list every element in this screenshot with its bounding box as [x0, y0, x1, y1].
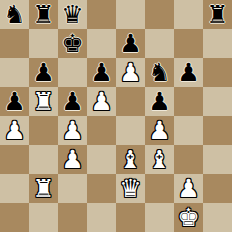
- square-d6[interactable]: ♟: [87, 58, 116, 87]
- square-g7[interactable]: [174, 29, 203, 58]
- piece-white-bishop[interactable]: ♝: [119, 147, 141, 172]
- piece-black-pawn[interactable]: ♟: [148, 89, 170, 114]
- square-c2[interactable]: [58, 174, 87, 203]
- square-a6[interactable]: [0, 58, 29, 87]
- square-b1[interactable]: [29, 203, 58, 232]
- piece-white-pawn[interactable]: ♟: [177, 176, 199, 201]
- square-d7[interactable]: [87, 29, 116, 58]
- square-e8[interactable]: [116, 0, 145, 29]
- square-a5[interactable]: ♟: [0, 87, 29, 116]
- piece-black-rook[interactable]: ♜: [206, 2, 228, 27]
- chess-board: ♞♜♛♜♚♟♟♟♟♞♟♟♜♟♟♟♟♟♟♟♝♝♜♛♟♚: [0, 0, 232, 232]
- square-c5[interactable]: ♟: [58, 87, 87, 116]
- square-a8[interactable]: ♞: [0, 0, 29, 29]
- square-c4[interactable]: ♟: [58, 116, 87, 145]
- piece-black-queen[interactable]: ♛: [61, 2, 83, 27]
- square-g8[interactable]: [174, 0, 203, 29]
- square-b8[interactable]: ♜: [29, 0, 58, 29]
- piece-white-pawn[interactable]: ♟: [148, 118, 170, 143]
- piece-black-pawn[interactable]: ♟: [177, 60, 199, 85]
- piece-white-bishop[interactable]: ♝: [148, 147, 170, 172]
- square-f2[interactable]: [145, 174, 174, 203]
- square-c7[interactable]: ♚: [58, 29, 87, 58]
- square-f7[interactable]: [145, 29, 174, 58]
- square-f5[interactable]: ♟: [145, 87, 174, 116]
- piece-black-knight[interactable]: ♞: [3, 2, 25, 27]
- square-g3[interactable]: [174, 145, 203, 174]
- square-a1[interactable]: [0, 203, 29, 232]
- square-b5[interactable]: ♜: [29, 87, 58, 116]
- square-f3[interactable]: ♝: [145, 145, 174, 174]
- square-c8[interactable]: ♛: [58, 0, 87, 29]
- square-d5[interactable]: ♟: [87, 87, 116, 116]
- square-g6[interactable]: ♟: [174, 58, 203, 87]
- square-h8[interactable]: ♜: [203, 0, 232, 29]
- square-a2[interactable]: [0, 174, 29, 203]
- square-f6[interactable]: ♞: [145, 58, 174, 87]
- piece-white-pawn[interactable]: ♟: [61, 147, 83, 172]
- square-b2[interactable]: ♜: [29, 174, 58, 203]
- piece-black-rook[interactable]: ♜: [32, 2, 54, 27]
- square-b4[interactable]: [29, 116, 58, 145]
- square-c3[interactable]: ♟: [58, 145, 87, 174]
- square-c1[interactable]: [58, 203, 87, 232]
- square-e2[interactable]: ♛: [116, 174, 145, 203]
- square-f1[interactable]: [145, 203, 174, 232]
- square-g4[interactable]: [174, 116, 203, 145]
- square-d1[interactable]: [87, 203, 116, 232]
- piece-white-pawn[interactable]: ♟: [119, 60, 141, 85]
- square-h7[interactable]: [203, 29, 232, 58]
- square-h4[interactable]: [203, 116, 232, 145]
- square-b3[interactable]: [29, 145, 58, 174]
- square-g2[interactable]: ♟: [174, 174, 203, 203]
- square-a4[interactable]: ♟: [0, 116, 29, 145]
- square-e7[interactable]: ♟: [116, 29, 145, 58]
- square-h6[interactable]: [203, 58, 232, 87]
- square-d2[interactable]: [87, 174, 116, 203]
- square-e4[interactable]: [116, 116, 145, 145]
- square-e5[interactable]: [116, 87, 145, 116]
- square-d8[interactable]: [87, 0, 116, 29]
- square-g5[interactable]: [174, 87, 203, 116]
- piece-white-pawn[interactable]: ♟: [3, 118, 25, 143]
- piece-black-pawn[interactable]: ♟: [61, 89, 83, 114]
- piece-white-king[interactable]: ♚: [177, 205, 199, 230]
- piece-white-pawn[interactable]: ♟: [90, 89, 112, 114]
- square-a7[interactable]: [0, 29, 29, 58]
- piece-white-queen[interactable]: ♛: [119, 176, 141, 201]
- square-e3[interactable]: ♝: [116, 145, 145, 174]
- square-b6[interactable]: ♟: [29, 58, 58, 87]
- piece-white-pawn[interactable]: ♟: [61, 118, 83, 143]
- piece-black-knight[interactable]: ♞: [148, 60, 170, 85]
- square-h2[interactable]: [203, 174, 232, 203]
- square-b7[interactable]: [29, 29, 58, 58]
- piece-black-pawn[interactable]: ♟: [119, 31, 141, 56]
- square-d4[interactable]: [87, 116, 116, 145]
- piece-black-king[interactable]: ♚: [61, 31, 83, 56]
- square-a3[interactable]: [0, 145, 29, 174]
- square-f8[interactable]: [145, 0, 174, 29]
- square-h1[interactable]: [203, 203, 232, 232]
- square-f4[interactable]: ♟: [145, 116, 174, 145]
- square-h3[interactable]: [203, 145, 232, 174]
- square-e6[interactable]: ♟: [116, 58, 145, 87]
- piece-black-pawn[interactable]: ♟: [32, 60, 54, 85]
- square-g1[interactable]: ♚: [174, 203, 203, 232]
- square-e1[interactable]: [116, 203, 145, 232]
- piece-white-rook[interactable]: ♜: [32, 176, 54, 201]
- square-d3[interactable]: [87, 145, 116, 174]
- piece-white-rook[interactable]: ♜: [32, 89, 54, 114]
- square-c6[interactable]: [58, 58, 87, 87]
- piece-black-pawn[interactable]: ♟: [3, 89, 25, 114]
- square-h5[interactable]: [203, 87, 232, 116]
- piece-black-pawn[interactable]: ♟: [90, 60, 112, 85]
